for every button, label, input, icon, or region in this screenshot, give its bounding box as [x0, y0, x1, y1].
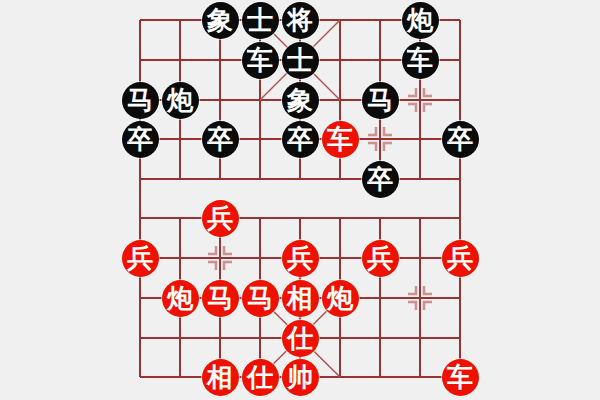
- piece-black-soldier[interactable]: 卒: [122, 121, 159, 158]
- piece-black-chariot[interactable]: 车: [242, 42, 279, 79]
- xiangqi-board[interactable]: 象士将炮车士车马炮象马卒卒卒车卒卒兵兵兵兵兵炮马马相炮仕相仕帅车: [0, 0, 600, 400]
- piece-black-advisor[interactable]: 士: [242, 2, 279, 39]
- piece-red-soldier[interactable]: 兵: [122, 240, 159, 277]
- piece-red-soldier[interactable]: 兵: [202, 200, 239, 237]
- piece-black-horse[interactable]: 马: [362, 82, 399, 119]
- piece-black-chariot[interactable]: 车: [402, 42, 439, 79]
- piece-black-soldier[interactable]: 卒: [282, 121, 319, 158]
- piece-red-horse[interactable]: 马: [202, 280, 239, 317]
- piece-red-chariot[interactable]: 车: [322, 121, 359, 158]
- piece-red-cannon[interactable]: 炮: [322, 280, 359, 317]
- piece-black-advisor[interactable]: 士: [282, 42, 319, 79]
- piece-black-soldier[interactable]: 卒: [202, 121, 239, 158]
- piece-black-general[interactable]: 将: [282, 2, 319, 39]
- piece-red-soldier[interactable]: 兵: [442, 240, 479, 277]
- piece-black-elephant[interactable]: 象: [202, 2, 239, 39]
- piece-red-elephant[interactable]: 相: [282, 280, 319, 317]
- piece-red-chariot[interactable]: 车: [442, 359, 479, 396]
- piece-red-advisor[interactable]: 仕: [282, 320, 319, 357]
- piece-red-soldier[interactable]: 兵: [362, 240, 399, 277]
- piece-red-cannon[interactable]: 炮: [162, 280, 199, 317]
- piece-red-soldier[interactable]: 兵: [282, 240, 319, 277]
- piece-black-soldier[interactable]: 卒: [442, 121, 479, 158]
- piece-black-horse[interactable]: 马: [122, 82, 159, 119]
- piece-black-elephant[interactable]: 象: [282, 82, 319, 119]
- piece-red-horse[interactable]: 马: [242, 280, 279, 317]
- piece-black-cannon[interactable]: 炮: [162, 82, 199, 119]
- piece-red-general[interactable]: 帅: [282, 359, 319, 396]
- piece-red-elephant[interactable]: 相: [202, 359, 239, 396]
- piece-black-soldier[interactable]: 卒: [362, 161, 399, 198]
- piece-black-cannon[interactable]: 炮: [402, 2, 439, 39]
- piece-red-advisor[interactable]: 仕: [242, 359, 279, 396]
